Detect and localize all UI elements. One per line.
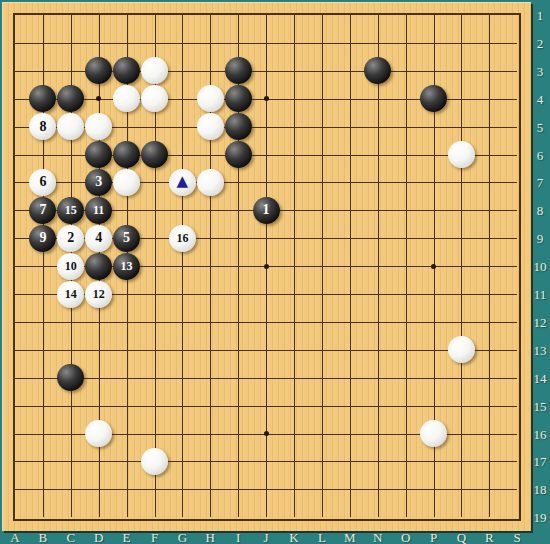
black-stone-P4[interactable] [420, 85, 447, 112]
move-number: 5 [123, 231, 130, 245]
move-number: 9 [39, 231, 46, 245]
move-number: 3 [95, 175, 102, 189]
move-number: 16 [176, 232, 188, 244]
column-label-L: L [318, 531, 326, 544]
white-stone-D9[interactable]: 4 [85, 225, 112, 252]
white-stone-F17[interactable] [141, 448, 168, 475]
column-label-H: H [206, 531, 215, 544]
row-label-10: 10 [534, 260, 547, 273]
white-stone-Q13[interactable] [448, 336, 475, 363]
row-label-11: 11 [534, 288, 547, 301]
black-stone-D7[interactable]: 3 [85, 169, 112, 196]
white-stone-F4[interactable] [141, 85, 168, 112]
column-label-P: P [430, 531, 437, 544]
white-stone-P16[interactable] [420, 420, 447, 447]
white-stone-E7[interactable] [113, 169, 140, 196]
white-stone-Q6[interactable] [448, 141, 475, 168]
row-label-5: 5 [537, 120, 544, 133]
column-label-O: O [401, 531, 410, 544]
row-label-14: 14 [534, 371, 547, 384]
move-number: 15 [65, 204, 77, 216]
column-label-E: E [123, 531, 131, 544]
triangle-marker-icon: ▲ [177, 174, 189, 189]
white-stone-C10[interactable]: 10 [57, 253, 84, 280]
white-stone-C11[interactable]: 14 [57, 281, 84, 308]
hoshi-point-P10 [431, 264, 436, 269]
move-number: 1 [263, 203, 270, 217]
row-label-1: 1 [537, 9, 544, 22]
go-board-frame: 863▲71511192451610131412 ABCDEFGHIJKLMNO… [0, 0, 550, 544]
row-label-18: 18 [534, 483, 547, 496]
white-stone-H4[interactable] [197, 85, 224, 112]
row-label-2: 2 [537, 36, 544, 49]
black-stone-B8[interactable]: 7 [29, 197, 56, 224]
white-stone-H5[interactable] [197, 113, 224, 140]
column-label-B: B [39, 531, 48, 544]
black-stone-I5[interactable] [225, 113, 252, 140]
row-label-19: 19 [534, 511, 547, 524]
column-label-J: J [264, 531, 269, 544]
row-label-16: 16 [534, 427, 547, 440]
column-label-G: G [178, 531, 187, 544]
row-label-6: 6 [537, 148, 544, 161]
move-number: 13 [121, 260, 133, 272]
column-label-K: K [289, 531, 298, 544]
column-label-M: M [344, 531, 356, 544]
white-stone-D16[interactable] [85, 420, 112, 447]
black-stone-I3[interactable] [225, 57, 252, 84]
column-label-S: S [514, 531, 521, 544]
row-label-17: 17 [534, 455, 547, 468]
move-number: 14 [65, 288, 77, 300]
row-label-15: 15 [534, 399, 547, 412]
column-label-F: F [151, 531, 158, 544]
white-stone-C9[interactable]: 2 [57, 225, 84, 252]
column-label-N: N [373, 531, 382, 544]
black-stone-D10[interactable] [85, 253, 112, 280]
hoshi-point-J16 [264, 431, 269, 436]
row-label-3: 3 [537, 64, 544, 77]
black-stone-E6[interactable] [113, 141, 140, 168]
column-label-C: C [66, 531, 75, 544]
black-stone-C8[interactable]: 15 [57, 197, 84, 224]
row-label-13: 13 [534, 343, 547, 356]
row-label-8: 8 [537, 204, 544, 217]
move-number: 12 [93, 288, 105, 300]
hoshi-point-J4 [264, 96, 269, 101]
black-stone-B9[interactable]: 9 [29, 225, 56, 252]
move-number: 8 [39, 120, 46, 134]
row-label-7: 7 [537, 176, 544, 189]
white-stone-G9[interactable]: 16 [169, 225, 196, 252]
black-stone-I4[interactable] [225, 85, 252, 112]
hoshi-point-J10 [264, 264, 269, 269]
white-stone-D11[interactable]: 12 [85, 281, 112, 308]
column-label-R: R [485, 531, 494, 544]
white-stone-G7[interactable]: ▲ [169, 169, 196, 196]
move-number: 10 [65, 260, 77, 272]
move-number: 2 [67, 231, 74, 245]
column-label-A: A [10, 531, 19, 544]
black-stone-E10[interactable]: 13 [113, 253, 140, 280]
move-number: 7 [39, 203, 46, 217]
column-label-Q: Q [457, 531, 466, 544]
black-stone-E9[interactable]: 5 [113, 225, 140, 252]
black-stone-D8[interactable]: 11 [85, 197, 112, 224]
black-stone-I6[interactable] [225, 141, 252, 168]
white-stone-H7[interactable] [197, 169, 224, 196]
column-label-D: D [94, 531, 103, 544]
move-number: 6 [39, 175, 46, 189]
move-number: 4 [95, 231, 102, 245]
row-label-9: 9 [537, 232, 544, 245]
row-label-12: 12 [534, 315, 547, 328]
move-number: 11 [93, 204, 104, 216]
black-stone-D6[interactable] [85, 141, 112, 168]
column-label-I: I [236, 531, 240, 544]
black-stone-F6[interactable] [141, 141, 168, 168]
black-stone-J8[interactable]: 1 [253, 197, 280, 224]
row-label-4: 4 [537, 92, 544, 105]
